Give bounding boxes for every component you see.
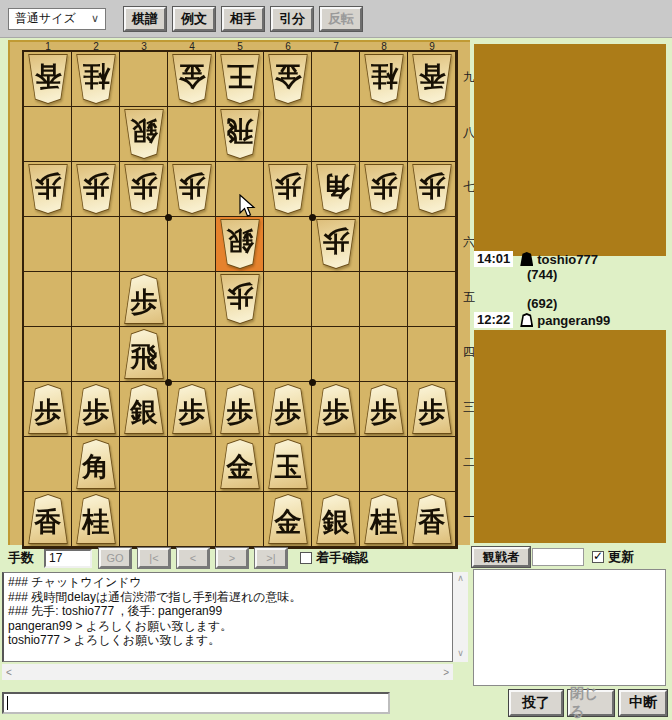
gote-piece-金[interactable]: 金 xyxy=(267,494,309,544)
chevron-down-icon: ∨ xyxy=(91,12,99,25)
board-square[interactable]: 歩 xyxy=(120,272,168,327)
scroll-down-icon[interactable]: ∨ xyxy=(453,648,468,661)
board-square[interactable] xyxy=(360,437,408,492)
board-square[interactable]: 歩 xyxy=(120,162,168,217)
sente-piece-歩[interactable]: 歩 xyxy=(171,164,213,214)
board-square[interactable]: 歩 xyxy=(216,272,264,327)
spectators-button[interactable]: 観戦者 xyxy=(472,547,530,567)
piece-kanji: 金 xyxy=(267,494,309,544)
gote-rating: (692) xyxy=(527,296,557,311)
board-square[interactable] xyxy=(312,107,360,162)
gote-clock: 12:22 xyxy=(474,312,513,328)
gote-piece-香[interactable]: 香 xyxy=(27,494,69,544)
board-square[interactable] xyxy=(360,272,408,327)
toolbar-button-相手[interactable]: 相手 xyxy=(222,7,264,31)
board-square[interactable] xyxy=(408,437,456,492)
board-square[interactable]: 金 xyxy=(168,52,216,107)
move-confirm-checkbox[interactable] xyxy=(300,552,312,564)
piece-kanji: 歩 xyxy=(219,274,261,324)
piece-kanji: 歩 xyxy=(411,164,453,214)
piece-kanji: 歩 xyxy=(219,384,261,434)
board-square[interactable] xyxy=(24,327,72,382)
piece-kanji: 玉 xyxy=(267,439,309,489)
board-square[interactable] xyxy=(312,327,360,382)
board-square[interactable] xyxy=(168,217,216,272)
board-square[interactable] xyxy=(264,327,312,382)
board-square[interactable]: 歩 xyxy=(216,382,264,437)
board-square[interactable] xyxy=(24,437,72,492)
sente-piece-王[interactable]: 王 xyxy=(219,54,261,104)
board-square[interactable] xyxy=(120,52,168,107)
shogi-client-window: 普通サイズ ∨ 棋譜例文相手引分反転 123456789 香桂金王金桂香銀飛歩歩… xyxy=(0,0,672,720)
board-square[interactable]: 歩 xyxy=(312,382,360,437)
board-square[interactable] xyxy=(24,107,72,162)
board-square[interactable]: 歩 xyxy=(360,162,408,217)
sente-piece-香[interactable]: 香 xyxy=(27,54,69,104)
piece-kanji: 桂 xyxy=(75,494,117,544)
sente-piece-銀[interactable]: 銀 xyxy=(123,109,165,159)
board-size-value: 普通サイズ xyxy=(15,10,76,27)
sente-piece-歩[interactable]: 歩 xyxy=(315,219,357,269)
piece-kanji: 香 xyxy=(27,494,69,544)
piece-kanji: 香 xyxy=(411,54,453,104)
piece-kanji: 桂 xyxy=(363,494,405,544)
piece-kanji: 桂 xyxy=(363,54,405,104)
scroll-left-icon[interactable]: < xyxy=(6,667,12,678)
sente-piece-歩[interactable]: 歩 xyxy=(363,164,405,214)
gote-piece-玉[interactable]: 玉 xyxy=(267,439,309,489)
board-square[interactable]: 歩 xyxy=(360,382,408,437)
chat-horizontal-scrollbar[interactable]: < > xyxy=(2,664,453,680)
observer-bar: 観戦者 更新 xyxy=(472,546,672,568)
board-square[interactable] xyxy=(72,272,120,327)
scroll-up-icon[interactable]: ∧ xyxy=(453,573,468,586)
board-square[interactable] xyxy=(72,327,120,382)
board-square[interactable] xyxy=(408,272,456,327)
piece-kanji: 歩 xyxy=(315,219,357,269)
piece-kanji: 王 xyxy=(219,54,261,104)
gote-piece-歩[interactable]: 歩 xyxy=(363,384,405,434)
chat-line: ### 残時間delayは通信渋滞で指し手到着遅れの意味。 xyxy=(8,590,448,605)
board-square[interactable] xyxy=(24,272,72,327)
chat-window[interactable]: ### チャットウインドウ### 残時間delayは通信渋滞で指し手到着遅れの意… xyxy=(2,572,453,662)
piece-kanji: 歩 xyxy=(27,164,69,214)
gote-player-name: pangeran99 xyxy=(537,313,610,328)
update-label: 更新 xyxy=(608,548,634,566)
spectator-list[interactable] xyxy=(473,569,666,686)
board-size-select[interactable]: 普通サイズ ∨ xyxy=(8,8,106,30)
gote-captured-pieces-tray xyxy=(474,330,666,543)
sente-piece-銀[interactable]: 銀 xyxy=(219,219,261,269)
board-square[interactable]: 歩 xyxy=(24,162,72,217)
piece-kanji: 銀 xyxy=(219,219,261,269)
board-square[interactable]: 飛 xyxy=(216,107,264,162)
gote-piece-銀[interactable]: 銀 xyxy=(123,384,165,434)
sente-player-name: toshio777 xyxy=(537,252,598,267)
piece-kanji: 歩 xyxy=(123,274,165,324)
board-square[interactable]: 金 xyxy=(264,52,312,107)
hoshi-star-point xyxy=(165,214,172,221)
sente-piece-歩[interactable]: 歩 xyxy=(27,164,69,214)
nav-button-nextend[interactable]: >| xyxy=(255,548,287,568)
board-grid: 香桂金王金桂香銀飛歩歩歩歩歩角歩歩銀歩歩歩飛歩歩銀歩歩歩歩歩歩角金玉香桂金銀桂香 xyxy=(22,50,458,549)
board-square[interactable] xyxy=(408,107,456,162)
piece-kanji: 歩 xyxy=(171,164,213,214)
board-square[interactable]: 歩 xyxy=(72,162,120,217)
piece-kanji: 銀 xyxy=(315,494,357,544)
board-square[interactable]: 香 xyxy=(408,52,456,107)
board-square[interactable] xyxy=(264,107,312,162)
board-square[interactable] xyxy=(120,437,168,492)
board-square[interactable] xyxy=(360,327,408,382)
board-square[interactable] xyxy=(360,217,408,272)
move-navigation-bar: 手数 GO |<<>>| 着手確認 xyxy=(0,546,470,570)
board-square[interactable]: 飛 xyxy=(120,327,168,382)
board-square[interactable]: 歩 xyxy=(408,382,456,437)
board-square[interactable]: 歩 xyxy=(264,382,312,437)
piece-kanji: 香 xyxy=(411,494,453,544)
board-square[interactable]: 玉 xyxy=(264,437,312,492)
gote-piece-角[interactable]: 角 xyxy=(75,439,117,489)
update-checkbox[interactable] xyxy=(592,551,604,563)
board-square[interactable]: 銀 xyxy=(120,382,168,437)
gote-piece-歩[interactable]: 歩 xyxy=(75,384,117,434)
board-square[interactable]: 銀 xyxy=(216,217,264,272)
gote-piece-歩[interactable]: 歩 xyxy=(219,384,261,434)
sente-piece-角[interactable]: 角 xyxy=(315,164,357,214)
gote-piece-歩[interactable]: 歩 xyxy=(315,384,357,434)
piece-kanji: 歩 xyxy=(363,164,405,214)
piece-kanji: 歩 xyxy=(315,384,357,434)
piece-kanji: 飛 xyxy=(219,109,261,159)
piece-kanji: 歩 xyxy=(267,384,309,434)
board-square[interactable]: 香 xyxy=(24,52,72,107)
board-square[interactable] xyxy=(24,217,72,272)
text-caret xyxy=(7,696,8,710)
piece-kanji: 歩 xyxy=(411,384,453,434)
board-square[interactable] xyxy=(168,492,216,547)
board-square[interactable]: 銀 xyxy=(120,107,168,162)
board-square[interactable]: 香 xyxy=(24,492,72,547)
gote-piece-香[interactable]: 香 xyxy=(411,494,453,544)
sente-piece-香[interactable]: 香 xyxy=(411,54,453,104)
chat-line: toshio777 > よろしくお願い致します。 xyxy=(8,633,448,648)
close-button[interactable]: 閉じる xyxy=(568,690,614,716)
board-square[interactable] xyxy=(168,272,216,327)
board-square[interactable]: 歩 xyxy=(168,382,216,437)
gote-piece-飛[interactable]: 飛 xyxy=(123,329,165,379)
toolbar-button-反転[interactable]: 反転 xyxy=(320,7,362,31)
piece-kanji: 角 xyxy=(315,164,357,214)
board-square[interactable]: 桂 xyxy=(72,52,120,107)
piece-kanji: 角 xyxy=(75,439,117,489)
board-square[interactable] xyxy=(168,107,216,162)
piece-kanji: 飛 xyxy=(123,329,165,379)
piece-kanji: 香 xyxy=(27,54,69,104)
go-button[interactable]: GO xyxy=(99,548,131,568)
piece-kanji: 金 xyxy=(267,54,309,104)
board-square[interactable]: 王 xyxy=(216,52,264,107)
board-square[interactable]: 香 xyxy=(408,492,456,547)
piece-kanji: 金 xyxy=(171,54,213,104)
board-square[interactable]: 桂 xyxy=(360,492,408,547)
piece-kanji: 金 xyxy=(219,439,261,489)
piece-kanji: 歩 xyxy=(363,384,405,434)
sente-piece-歩[interactable]: 歩 xyxy=(75,164,117,214)
piece-kanji: 銀 xyxy=(123,109,165,159)
board-square[interactable] xyxy=(120,217,168,272)
piece-kanji: 歩 xyxy=(123,164,165,214)
gote-piece-金[interactable]: 金 xyxy=(219,439,261,489)
board-square[interactable] xyxy=(408,217,456,272)
gote-piece-歩[interactable]: 歩 xyxy=(267,384,309,434)
toolbar-button-引分[interactable]: 引分 xyxy=(271,7,313,31)
sente-piece-金[interactable]: 金 xyxy=(171,54,213,104)
resign-button[interactable]: 投了 xyxy=(509,690,563,716)
nav-button-next[interactable]: > xyxy=(216,548,248,568)
gote-piece-icon xyxy=(520,313,533,327)
mouse-cursor xyxy=(238,194,258,218)
piece-kanji: 桂 xyxy=(75,54,117,104)
sente-captured-pieces-tray xyxy=(474,44,666,256)
chat-message-input[interactable] xyxy=(2,692,390,714)
board-square[interactable] xyxy=(216,327,264,382)
piece-kanji: 歩 xyxy=(267,164,309,214)
piece-kanji: 歩 xyxy=(171,384,213,434)
hoshi-star-point xyxy=(165,379,172,386)
board-square[interactable] xyxy=(312,437,360,492)
chat-line: ### 先手: toshio777 , 後手: pangeran99 xyxy=(8,604,448,619)
board-square[interactable]: 歩 xyxy=(264,162,312,217)
piece-kanji: 歩 xyxy=(75,384,117,434)
sente-piece-飛[interactable]: 飛 xyxy=(219,109,261,159)
board-square[interactable]: 金 xyxy=(264,492,312,547)
sente-piece-歩[interactable]: 歩 xyxy=(267,164,309,214)
board-square[interactable]: 歩 xyxy=(72,382,120,437)
board-square[interactable]: 歩 xyxy=(408,162,456,217)
gote-piece-桂[interactable]: 桂 xyxy=(75,494,117,544)
sente-rating: (744) xyxy=(527,267,557,282)
board-square[interactable] xyxy=(360,107,408,162)
board-square[interactable]: 桂 xyxy=(72,492,120,547)
gote-piece-桂[interactable]: 桂 xyxy=(363,494,405,544)
board-square[interactable]: 角 xyxy=(312,162,360,217)
sente-piece-icon xyxy=(520,252,533,266)
nav-button-prev[interactable]: < xyxy=(177,548,209,568)
gote-piece-歩[interactable]: 歩 xyxy=(411,384,453,434)
board-square[interactable] xyxy=(264,217,312,272)
sente-piece-桂[interactable]: 桂 xyxy=(363,54,405,104)
board-square[interactable]: 歩 xyxy=(168,162,216,217)
chat-line: pangeran99 > よろしくお願い致します。 xyxy=(8,619,448,634)
piece-kanji: 歩 xyxy=(75,164,117,214)
board-square[interactable] xyxy=(312,272,360,327)
hoshi-star-point xyxy=(309,214,316,221)
board-square[interactable] xyxy=(216,492,264,547)
board-square[interactable] xyxy=(72,217,120,272)
shogi-board: 123456789 香桂金王金桂香銀飛歩歩歩歩歩角歩歩銀歩歩歩飛歩歩銀歩歩歩歩歩… xyxy=(8,40,470,545)
move-number-input[interactable] xyxy=(44,549,92,568)
board-square[interactable] xyxy=(408,327,456,382)
gote-piece-銀[interactable]: 銀 xyxy=(315,494,357,544)
toolbar-button-棋譜[interactable]: 棋譜 xyxy=(124,7,166,31)
sente-player-row: 14:01 toshio777 xyxy=(474,251,598,267)
move-confirm-label: 着手確認 xyxy=(316,549,368,567)
sente-piece-歩[interactable]: 歩 xyxy=(219,274,261,324)
sente-piece-歩[interactable]: 歩 xyxy=(411,164,453,214)
sente-piece-金[interactable]: 金 xyxy=(267,54,309,104)
piece-kanji: 歩 xyxy=(27,384,69,434)
hoshi-star-point xyxy=(309,379,316,386)
chat-line: ### チャットウインドウ xyxy=(8,575,448,590)
board-square[interactable] xyxy=(312,52,360,107)
board-square[interactable]: 銀 xyxy=(312,492,360,547)
gote-piece-歩[interactable]: 歩 xyxy=(171,384,213,434)
toolbar-button-例文[interactable]: 例文 xyxy=(173,7,215,31)
sente-clock: 14:01 xyxy=(474,251,513,267)
sente-piece-歩[interactable]: 歩 xyxy=(123,164,165,214)
gote-piece-歩[interactable]: 歩 xyxy=(123,274,165,324)
gote-piece-歩[interactable]: 歩 xyxy=(27,384,69,434)
move-count-label: 手数 xyxy=(8,549,34,567)
board-square[interactable]: 桂 xyxy=(360,52,408,107)
board-square[interactable] xyxy=(72,107,120,162)
board-square[interactable] xyxy=(168,327,216,382)
board-square[interactable] xyxy=(120,492,168,547)
toolbar: 普通サイズ ∨ 棋譜例文相手引分反転 xyxy=(0,0,672,38)
board-square[interactable] xyxy=(264,272,312,327)
scroll-right-icon[interactable]: > xyxy=(443,667,449,678)
board-square[interactable] xyxy=(168,437,216,492)
board-square[interactable]: 金 xyxy=(216,437,264,492)
board-square[interactable]: 歩 xyxy=(24,382,72,437)
chat-vertical-scrollbar[interactable]: ∧ ∨ xyxy=(453,572,468,662)
gote-player-row: 12:22 pangeran99 xyxy=(474,312,610,328)
sente-piece-桂[interactable]: 桂 xyxy=(75,54,117,104)
nav-button-endprev[interactable]: |< xyxy=(138,548,170,568)
board-square[interactable]: 角 xyxy=(72,437,120,492)
board-square[interactable]: 歩 xyxy=(312,217,360,272)
piece-kanji: 銀 xyxy=(123,384,165,434)
spectator-count-field xyxy=(532,548,584,566)
interrupt-button[interactable]: 中断 xyxy=(619,690,667,716)
